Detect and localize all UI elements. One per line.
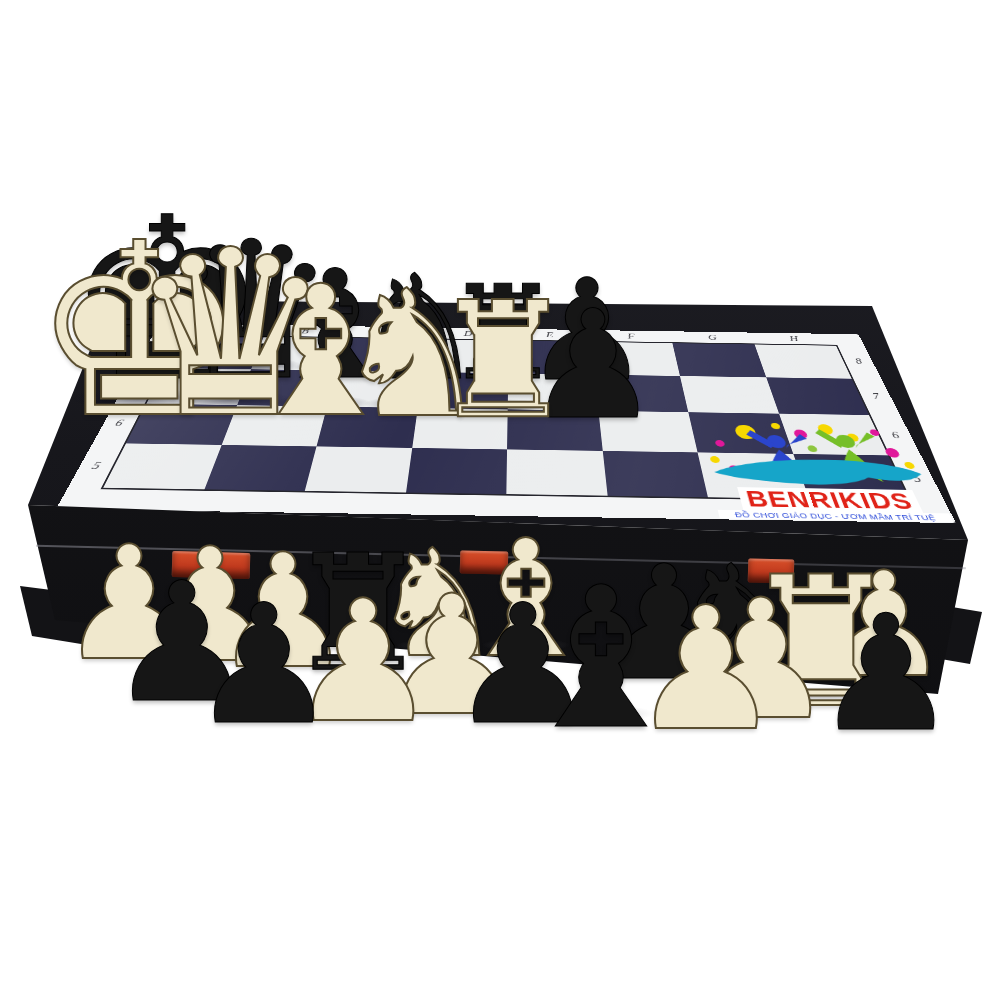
square-c6	[317, 407, 418, 448]
square-g7	[680, 376, 779, 414]
square-b7	[237, 369, 337, 406]
square-a5	[103, 443, 221, 489]
piece-shadow	[219, 705, 310, 720]
board-sticker: ABCDEFGH 8765 8765	[56, 323, 956, 523]
square-f7	[594, 375, 688, 413]
piece-shadow	[716, 700, 807, 715]
square-d5	[406, 448, 507, 494]
piece-shadow	[240, 649, 326, 663]
piece-shadow	[137, 683, 228, 698]
logo-hand	[711, 458, 928, 486]
latch-3	[748, 558, 795, 583]
square-e7	[508, 373, 598, 411]
square-c7	[327, 371, 422, 408]
square-e6	[507, 409, 602, 451]
piece-shadow	[314, 652, 402, 666]
board-top: ABCDEFGH 8765 8765	[56, 323, 956, 523]
piece-shadow	[407, 696, 498, 711]
square-b5	[204, 445, 317, 491]
square-a6	[126, 404, 237, 445]
piece-shadow	[167, 643, 253, 657]
square-c8	[337, 338, 427, 372]
square-h8	[754, 344, 851, 378]
square-c5	[305, 446, 412, 492]
square-b8	[251, 337, 345, 371]
square-d6	[412, 408, 508, 449]
square-g8	[672, 343, 765, 377]
product-photo: ABCDEFGH 8765 8765	[0, 0, 1000, 1000]
square-a8	[165, 335, 263, 369]
latch-1	[172, 551, 251, 579]
square-b6	[221, 405, 327, 446]
square-d8	[422, 339, 508, 373]
piece-shadow	[659, 709, 753, 724]
square-e8	[508, 341, 594, 375]
piece-shadow	[317, 701, 409, 716]
logo-figures	[696, 421, 935, 487]
square-h7	[766, 377, 869, 415]
square-d7	[417, 372, 508, 409]
piece-shadow	[842, 712, 930, 726]
piece-shadow	[478, 705, 569, 720]
square-a7	[146, 368, 250, 405]
square-f8	[591, 342, 680, 376]
square-e5	[506, 449, 607, 495]
piece-shadow	[772, 686, 871, 702]
piece-shadow	[547, 705, 654, 723]
brand-name: BENRIKIDS	[737, 487, 924, 513]
square-f5	[602, 451, 708, 497]
latch-2	[460, 550, 509, 574]
square-f6	[598, 411, 698, 453]
